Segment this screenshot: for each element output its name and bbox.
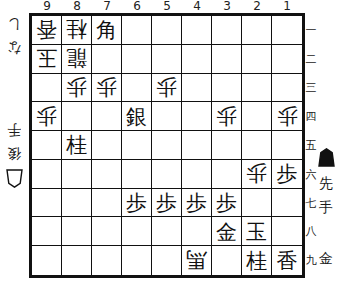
file-label-3: 3: [212, 0, 242, 13]
sente-piece: 歩: [216, 193, 237, 214]
gote-piece: 歩: [36, 105, 57, 126]
square-8-四[interactable]: [62, 102, 92, 131]
square-2-七[interactable]: [242, 189, 272, 218]
square-2-九[interactable]: 桂: [242, 246, 272, 275]
square-2-六[interactable]: 歩: [242, 160, 272, 189]
sente-piece: 歩: [126, 193, 147, 214]
sente-piece: 桂: [66, 135, 87, 156]
file-label-5: 5: [152, 0, 182, 13]
file-label-2: 2: [242, 0, 272, 13]
square-5-六[interactable]: [152, 160, 182, 189]
square-3-五[interactable]: [212, 131, 242, 160]
square-5-二[interactable]: [152, 45, 182, 74]
gote-piece: 歩: [156, 76, 177, 97]
gote-hand-char: し: [7, 13, 21, 37]
square-4-一[interactable]: [182, 16, 212, 45]
square-4-二[interactable]: [182, 45, 212, 74]
gote-piece: 龍: [66, 47, 87, 68]
square-4-六[interactable]: [182, 160, 212, 189]
square-9-六[interactable]: [32, 160, 62, 189]
square-7-二[interactable]: [92, 45, 122, 74]
square-1-三[interactable]: [272, 74, 302, 103]
square-5-五[interactable]: [152, 131, 182, 160]
gote-piece: 馬: [186, 249, 207, 270]
square-5-一[interactable]: [152, 16, 182, 45]
black-shogi-piece-icon: [318, 148, 335, 167]
square-6-三[interactable]: [122, 74, 152, 103]
sente-piece: 桂: [246, 251, 267, 272]
square-2-一[interactable]: [242, 16, 272, 45]
gote-piece: 歩: [216, 105, 237, 126]
file-label-9: 9: [32, 0, 62, 13]
square-4-四[interactable]: [182, 102, 212, 131]
gote-piece: 歩: [96, 76, 117, 97]
sente-player-label-char: 手: [319, 195, 333, 219]
file-labels: 987654321: [32, 0, 302, 13]
square-4-五[interactable]: [182, 131, 212, 160]
square-8-八[interactable]: [62, 217, 92, 246]
square-8-九[interactable]: [62, 246, 92, 275]
file-label-1: 1: [272, 0, 302, 13]
square-3-六[interactable]: [212, 160, 242, 189]
gote-hand-char: な: [7, 37, 21, 61]
square-8-五[interactable]: 桂: [62, 131, 92, 160]
square-1-七[interactable]: [272, 189, 302, 218]
square-7-五[interactable]: [92, 131, 122, 160]
square-7-三[interactable]: 歩: [92, 74, 122, 103]
sente-piece: 金: [216, 222, 237, 243]
file-label-8: 8: [62, 0, 92, 13]
shogi-diagram: 987654321 香桂角玉龍歩歩歩歩銀歩歩桂歩歩歩歩歩歩金玉馬桂香 一二三四五…: [0, 0, 339, 281]
sente-piece: 歩: [186, 193, 207, 214]
sente-hand-panel: 先手金: [315, 148, 337, 270]
square-1-四[interactable]: 歩: [272, 102, 302, 131]
square-1-八[interactable]: [272, 217, 302, 246]
square-1-二[interactable]: [272, 45, 302, 74]
square-6-五[interactable]: [122, 131, 152, 160]
gote-player-label-char: 手: [7, 118, 21, 142]
square-2-五[interactable]: [242, 131, 272, 160]
gote-piece: 歩: [277, 105, 298, 126]
square-3-八[interactable]: 金: [212, 217, 242, 246]
square-4-九[interactable]: 馬: [182, 246, 212, 275]
square-7-六[interactable]: [92, 160, 122, 189]
square-6-一[interactable]: [122, 16, 152, 45]
rank-label-1: 一: [303, 16, 319, 45]
square-1-九[interactable]: 香: [272, 246, 302, 275]
square-1-六[interactable]: 歩: [272, 160, 302, 189]
sente-hand-piece[interactable]: 金: [319, 246, 333, 270]
square-5-八[interactable]: [152, 217, 182, 246]
square-8-三[interactable]: 歩: [62, 74, 92, 103]
sente-piece: 歩: [156, 193, 177, 214]
square-8-一[interactable]: 桂: [62, 16, 92, 45]
sente-piece: 玉: [246, 222, 267, 243]
square-9-八[interactable]: [32, 217, 62, 246]
gote-piece: 歩: [246, 162, 267, 183]
square-7-九[interactable]: [92, 246, 122, 275]
square-8-七[interactable]: [62, 189, 92, 218]
square-3-一[interactable]: [212, 16, 242, 45]
square-9-四[interactable]: 歩: [32, 102, 62, 131]
square-5-三[interactable]: 歩: [152, 74, 182, 103]
square-4-八[interactable]: [182, 217, 212, 246]
sente-piece: 銀: [126, 107, 147, 128]
square-2-三[interactable]: [242, 74, 272, 103]
gote-piece: 香: [36, 18, 57, 39]
sente-player-label-char: 先: [319, 171, 333, 195]
square-3-二[interactable]: [212, 45, 242, 74]
square-8-六[interactable]: [62, 160, 92, 189]
file-label-7: 7: [92, 0, 122, 13]
gote-player-label-char: 後: [7, 142, 21, 166]
square-9-九[interactable]: [32, 246, 62, 275]
sente-piece: 角: [96, 20, 117, 41]
white-shogi-piece-icon: [6, 169, 23, 188]
rank-label-4: 四: [303, 102, 319, 131]
sente-piece: 香: [277, 251, 298, 272]
square-3-七[interactable]: 歩: [212, 189, 242, 218]
gote-piece: 歩: [66, 76, 87, 97]
square-1-一[interactable]: [272, 16, 302, 45]
square-9-二[interactable]: 玉: [32, 45, 62, 74]
square-2-四[interactable]: [242, 102, 272, 131]
square-7-四[interactable]: [92, 102, 122, 131]
square-2-八[interactable]: 玉: [242, 217, 272, 246]
square-4-三[interactable]: [182, 74, 212, 103]
square-6-六[interactable]: [122, 160, 152, 189]
square-5-七[interactable]: 歩: [152, 189, 182, 218]
square-6-二[interactable]: [122, 45, 152, 74]
square-9-一[interactable]: 香: [32, 16, 62, 45]
sente-piece: 歩: [277, 164, 298, 185]
square-7-八[interactable]: [92, 217, 122, 246]
square-6-九[interactable]: [122, 246, 152, 275]
square-2-二[interactable]: [242, 45, 272, 74]
square-6-七[interactable]: 歩: [122, 189, 152, 218]
square-3-三[interactable]: [212, 74, 242, 103]
file-label-4: 4: [182, 0, 212, 13]
square-3-四[interactable]: 歩: [212, 102, 242, 131]
square-4-七[interactable]: 歩: [182, 189, 212, 218]
gote-piece: 玉: [36, 47, 57, 68]
square-6-八[interactable]: [122, 217, 152, 246]
square-3-九[interactable]: [212, 246, 242, 275]
shogi-board: 香桂角玉龍歩歩歩歩銀歩歩桂歩歩歩歩歩歩金玉馬桂香: [29, 13, 305, 278]
square-7-一[interactable]: 角: [92, 16, 122, 45]
rank-label-3: 三: [303, 74, 319, 103]
square-9-三[interactable]: [32, 74, 62, 103]
square-6-四[interactable]: 銀: [122, 102, 152, 131]
square-5-九[interactable]: [152, 246, 182, 275]
square-9-五[interactable]: [32, 131, 62, 160]
square-8-二[interactable]: 龍: [62, 45, 92, 74]
square-9-七[interactable]: [32, 189, 62, 218]
gote-hand-panel: しな手後: [2, 13, 26, 188]
rank-label-2: 二: [303, 45, 319, 74]
square-5-四[interactable]: [152, 102, 182, 131]
gote-piece: 桂: [66, 18, 87, 39]
square-1-五[interactable]: [272, 131, 302, 160]
file-label-6: 6: [122, 0, 152, 13]
square-7-七[interactable]: [92, 189, 122, 218]
